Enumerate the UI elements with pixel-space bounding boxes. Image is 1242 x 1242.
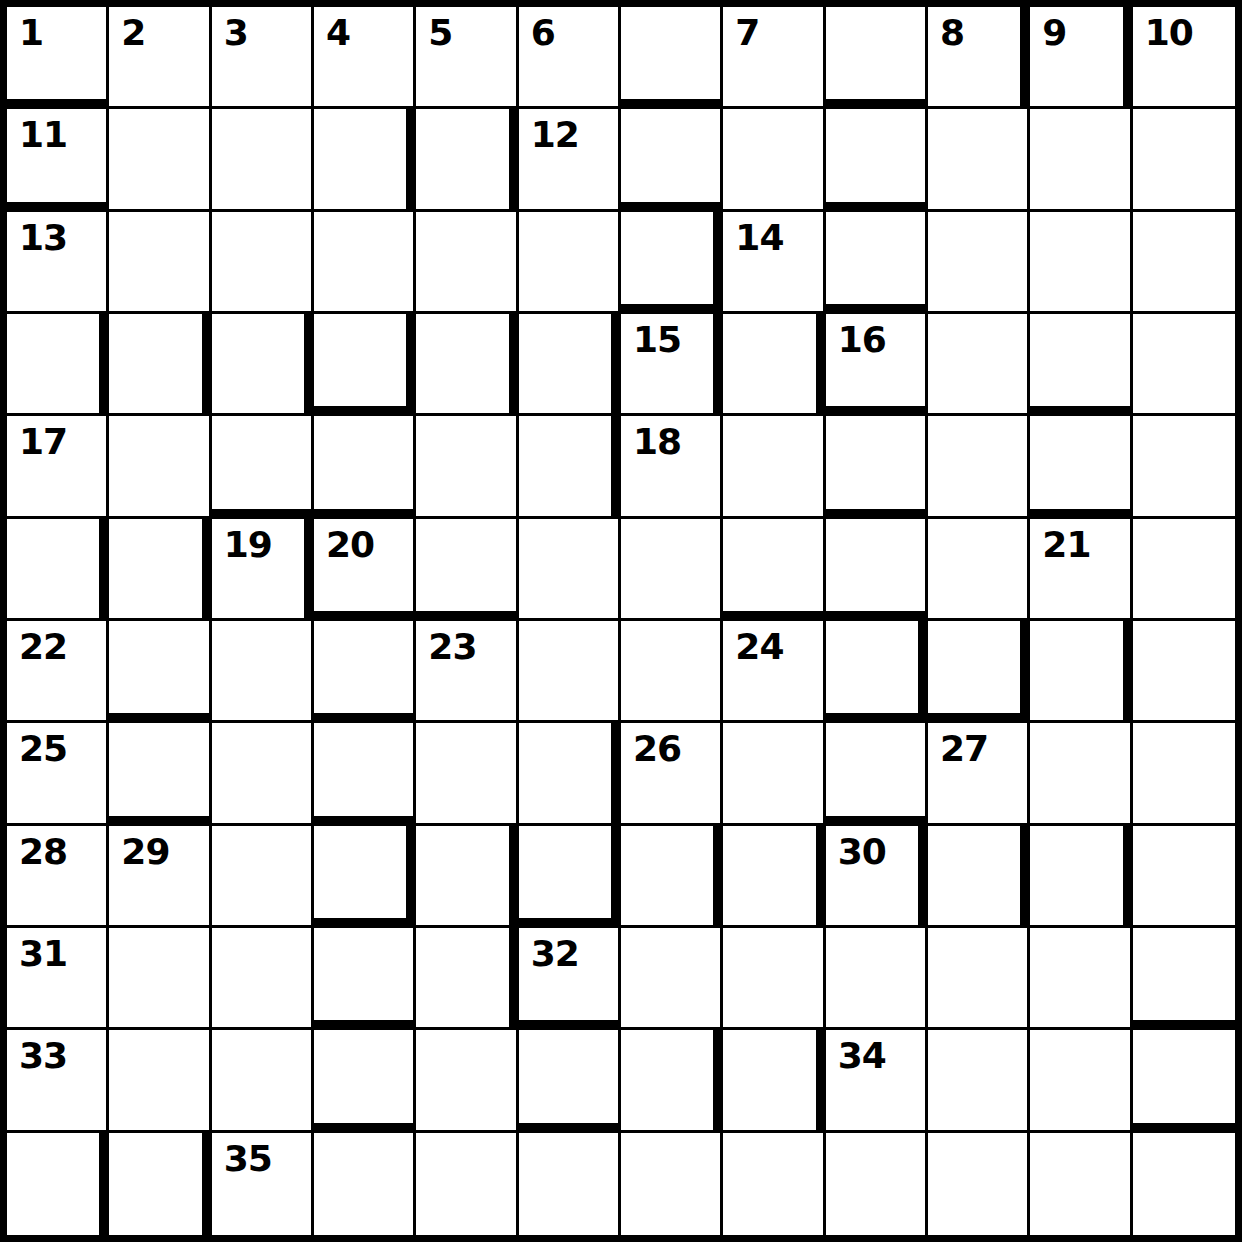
cell-r12-c1[interactable] [7,1133,109,1235]
cell-r12-c9[interactable] [826,1133,928,1235]
cell-r9-c9[interactable]: 30 [826,826,928,928]
cell-r2-c4[interactable] [314,109,416,211]
cell-r5-c1[interactable]: 17 [7,416,109,518]
cell-r6-c3[interactable]: 19 [212,519,314,621]
cell-r1-c11[interactable]: 9 [1030,7,1132,109]
cell-r11-c10[interactable] [928,1030,1030,1132]
cell-r10-c2[interactable] [109,928,211,1030]
cell-r12-c4[interactable] [314,1133,416,1235]
clue-number-2: 2 [121,15,145,51]
cell-r2-c6[interactable]: 12 [519,109,621,211]
cell-r12-c8[interactable] [723,1133,825,1235]
cell-r9-c2[interactable]: 29 [109,826,211,928]
cell-r2-c3[interactable] [212,109,314,211]
clue-number-8: 8 [940,15,964,51]
cell-r11-c12[interactable] [1133,1030,1235,1132]
cell-r1-c3[interactable]: 3 [212,7,314,109]
cell-r6-c11[interactable]: 21 [1030,519,1132,621]
cell-r7-c7[interactable] [621,621,723,723]
cell-r1-c1[interactable]: 1 [7,7,109,109]
cell-r1-c9[interactable] [826,7,928,109]
cell-r1-c7[interactable] [621,7,723,109]
cell-r10-c8[interactable] [723,928,825,1030]
clue-number-21: 21 [1042,527,1090,563]
cell-r12-c3[interactable]: 35 [212,1133,314,1235]
cell-r8-c1[interactable]: 25 [7,723,109,825]
clue-number-29: 29 [121,834,169,870]
cell-r9-c1[interactable]: 28 [7,826,109,928]
cell-r3-c4[interactable] [314,212,416,314]
cell-r10-c7[interactable] [621,928,723,1030]
cell-r1-c12[interactable]: 10 [1133,7,1235,109]
cell-r6-c10[interactable] [928,519,1030,621]
cell-r2-c8[interactable] [723,109,825,211]
clue-number-7: 7 [735,15,759,51]
cell-r11-c2[interactable] [109,1030,211,1132]
clue-number-26: 26 [633,731,681,767]
cell-r3-c2[interactable] [109,212,211,314]
cell-r10-c3[interactable] [212,928,314,1030]
cell-r8-c4[interactable] [314,723,416,825]
cell-r5-c11[interactable] [1030,416,1132,518]
clue-number-35: 35 [224,1141,272,1177]
cell-r1-c5[interactable]: 5 [416,7,518,109]
cell-r5-c8[interactable] [723,416,825,518]
cell-r3-c11[interactable] [1030,212,1132,314]
cell-r3-c1[interactable]: 13 [7,212,109,314]
cell-r6-c5[interactable] [416,519,518,621]
clue-number-9: 9 [1042,15,1066,51]
cell-r7-c8[interactable]: 24 [723,621,825,723]
cell-r11-c1[interactable]: 33 [7,1030,109,1132]
clue-number-25: 25 [19,731,67,767]
clue-number-3: 3 [224,15,248,51]
cell-r4-c1[interactable] [7,314,109,416]
cell-r4-c8[interactable] [723,314,825,416]
cell-r11-c11[interactable] [1030,1030,1132,1132]
cell-r6-c4[interactable]: 20 [314,519,416,621]
cell-r8-c3[interactable] [212,723,314,825]
cell-r5-c9[interactable] [826,416,928,518]
cell-r4-c5[interactable] [416,314,518,416]
cell-r2-c1[interactable]: 11 [7,109,109,211]
clue-number-19: 19 [224,527,272,563]
cell-r9-c11[interactable] [1030,826,1132,928]
cell-r7-c2[interactable] [109,621,211,723]
cell-r11-c7[interactable] [621,1030,723,1132]
cell-r4-c10[interactable] [928,314,1030,416]
cell-r9-c4[interactable] [314,826,416,928]
cell-r9-c10[interactable] [928,826,1030,928]
cell-r2-c10[interactable] [928,109,1030,211]
cell-r12-c11[interactable] [1030,1133,1132,1235]
clue-number-4: 4 [326,15,350,51]
cell-r1-c4[interactable]: 4 [314,7,416,109]
cell-r4-c4[interactable] [314,314,416,416]
cell-r11-c8[interactable] [723,1030,825,1132]
cell-r9-c8[interactable] [723,826,825,928]
cell-r5-c12[interactable] [1133,416,1235,518]
cell-r4-c12[interactable] [1133,314,1235,416]
cell-r5-c10[interactable] [928,416,1030,518]
cell-r8-c6[interactable] [519,723,621,825]
cell-r7-c1[interactable]: 22 [7,621,109,723]
cell-r9-c6[interactable] [519,826,621,928]
cell-r4-c7[interactable]: 15 [621,314,723,416]
cell-r2-c7[interactable] [621,109,723,211]
cell-r10-c1[interactable]: 31 [7,928,109,1030]
cell-r8-c9[interactable] [826,723,928,825]
cell-r9-c7[interactable] [621,826,723,928]
cell-r8-c7[interactable]: 26 [621,723,723,825]
cell-r10-c10[interactable] [928,928,1030,1030]
cell-r7-c12[interactable] [1133,621,1235,723]
cell-r11-c4[interactable] [314,1030,416,1132]
crossword-grid: 1234567891011121314151617181920212223242… [0,0,1242,1242]
cell-r4-c9[interactable]: 16 [826,314,928,416]
clue-number-34: 34 [838,1038,886,1074]
clue-number-23: 23 [428,629,476,665]
cell-r4-c6[interactable] [519,314,621,416]
cell-r6-c1[interactable] [7,519,109,621]
cell-r6-c6[interactable] [519,519,621,621]
cell-r7-c11[interactable] [1030,621,1132,723]
clue-number-16: 16 [838,322,886,358]
cell-r8-c2[interactable] [109,723,211,825]
cell-r5-c7[interactable]: 18 [621,416,723,518]
cell-r11-c6[interactable] [519,1030,621,1132]
cell-r3-c7[interactable] [621,212,723,314]
cell-r2-c5[interactable] [416,109,518,211]
clue-number-12: 12 [531,117,579,153]
cell-r8-c11[interactable] [1030,723,1132,825]
clue-number-32: 32 [531,936,579,972]
clue-number-33: 33 [19,1038,67,1074]
cell-r1-c10[interactable]: 8 [928,7,1030,109]
cell-r1-c6[interactable]: 6 [519,7,621,109]
cell-r10-c11[interactable] [1030,928,1132,1030]
clue-number-6: 6 [531,15,555,51]
cell-r10-c5[interactable] [416,928,518,1030]
cell-r1-c8[interactable]: 7 [723,7,825,109]
cell-r4-c11[interactable] [1030,314,1132,416]
cell-r7-c5[interactable]: 23 [416,621,518,723]
cell-r4-c3[interactable] [212,314,314,416]
cell-r9-c5[interactable] [416,826,518,928]
cell-r3-c9[interactable] [826,212,928,314]
cell-r12-c6[interactable] [519,1133,621,1235]
cell-r12-c10[interactable] [928,1133,1030,1235]
cell-r7-c4[interactable] [314,621,416,723]
cell-r6-c12[interactable] [1133,519,1235,621]
cell-r8-c10[interactable]: 27 [928,723,1030,825]
cell-r5-c6[interactable] [519,416,621,518]
cell-r12-c12[interactable] [1133,1133,1235,1235]
cell-r11-c3[interactable] [212,1030,314,1132]
cell-r3-c8[interactable]: 14 [723,212,825,314]
cell-r8-c8[interactable] [723,723,825,825]
cell-r5-c2[interactable] [109,416,211,518]
cell-r2-c12[interactable] [1133,109,1235,211]
cell-r6-c8[interactable] [723,519,825,621]
cell-r8-c12[interactable] [1133,723,1235,825]
cell-r5-c5[interactable] [416,416,518,518]
cell-r2-c11[interactable] [1030,109,1132,211]
clue-number-5: 5 [428,15,452,51]
cell-r12-c2[interactable] [109,1133,211,1235]
cell-r6-c7[interactable] [621,519,723,621]
cell-r7-c10[interactable] [928,621,1030,723]
cell-r3-c3[interactable] [212,212,314,314]
cell-r2-c9[interactable] [826,109,928,211]
clue-number-28: 28 [19,834,67,870]
cell-r3-c12[interactable] [1133,212,1235,314]
clue-number-27: 27 [940,731,988,767]
cell-r5-c4[interactable] [314,416,416,518]
cell-r4-c2[interactable] [109,314,211,416]
cell-r9-c12[interactable] [1133,826,1235,928]
clue-number-15: 15 [633,322,681,358]
cell-r5-c3[interactable] [212,416,314,518]
clue-number-20: 20 [326,527,374,563]
clue-number-11: 11 [19,117,67,153]
cell-r11-c9[interactable]: 34 [826,1030,928,1132]
clue-number-13: 13 [19,220,67,256]
cell-r2-c2[interactable] [109,109,211,211]
clue-number-17: 17 [19,424,67,460]
clue-number-22: 22 [19,629,67,665]
cell-r10-c6[interactable]: 32 [519,928,621,1030]
clue-number-24: 24 [735,629,783,665]
clue-number-10: 10 [1145,15,1193,51]
cell-r9-c3[interactable] [212,826,314,928]
clue-number-31: 31 [19,936,67,972]
cell-r7-c3[interactable] [212,621,314,723]
cell-r8-c5[interactable] [416,723,518,825]
clue-number-18: 18 [633,424,681,460]
clue-number-1: 1 [19,15,43,51]
cell-r11-c5[interactable] [416,1030,518,1132]
cell-r10-c9[interactable] [826,928,928,1030]
cell-r6-c9[interactable] [826,519,928,621]
cell-r3-c5[interactable] [416,212,518,314]
cell-r10-c4[interactable] [314,928,416,1030]
cell-r3-c10[interactable] [928,212,1030,314]
cell-r7-c9[interactable] [826,621,928,723]
clue-number-14: 14 [735,220,783,256]
cell-r6-c2[interactable] [109,519,211,621]
cell-r12-c7[interactable] [621,1133,723,1235]
cell-r3-c6[interactable] [519,212,621,314]
clue-number-30: 30 [838,834,886,870]
cell-r10-c12[interactable] [1133,928,1235,1030]
cell-r7-c6[interactable] [519,621,621,723]
cell-r1-c2[interactable]: 2 [109,7,211,109]
cell-r12-c5[interactable] [416,1133,518,1235]
